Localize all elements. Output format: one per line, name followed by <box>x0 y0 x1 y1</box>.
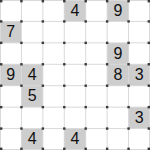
cell-r4c2[interactable] <box>43 86 64 107</box>
cell-r1c6[interactable] <box>129 21 150 42</box>
cell-r1c5[interactable] <box>107 21 128 42</box>
cell-r3c6[interactable]: 3 <box>129 64 150 85</box>
cell-r6c0[interactable] <box>0 129 21 150</box>
cell-r1c3[interactable] <box>64 21 85 42</box>
cell-r0c1[interactable] <box>21 0 42 21</box>
cell-r2c0[interactable] <box>0 43 21 64</box>
cell-r5c3[interactable] <box>64 107 85 128</box>
cell-r1c1[interactable] <box>21 21 42 42</box>
cell-r3c3[interactable] <box>64 64 85 85</box>
cell-r3c0[interactable]: 9 <box>0 64 21 85</box>
cell-r6c5[interactable] <box>107 129 128 150</box>
cell-r5c5[interactable] <box>107 107 128 128</box>
mosaic-board: 497994835344 <box>0 0 150 150</box>
cell-r4c6[interactable] <box>129 86 150 107</box>
cell-r0c5[interactable]: 9 <box>107 0 128 21</box>
cell-r1c4[interactable] <box>86 21 107 42</box>
cell-r3c2[interactable] <box>43 64 64 85</box>
cell-r5c1[interactable] <box>21 107 42 128</box>
cell-r6c4[interactable] <box>86 129 107 150</box>
cell-r5c6[interactable]: 3 <box>129 107 150 128</box>
cell-r2c2[interactable] <box>43 43 64 64</box>
cell-r2c6[interactable] <box>129 43 150 64</box>
cell-r4c5[interactable] <box>107 86 128 107</box>
cell-r5c0[interactable] <box>0 107 21 128</box>
cell-r5c2[interactable] <box>43 107 64 128</box>
cell-r4c4[interactable] <box>86 86 107 107</box>
cell-r3c5[interactable]: 8 <box>107 64 128 85</box>
cell-r2c4[interactable] <box>86 43 107 64</box>
cell-r0c4[interactable] <box>86 0 107 21</box>
cell-r6c6[interactable] <box>129 129 150 150</box>
cell-r2c5[interactable]: 9 <box>107 43 128 64</box>
cell-r0c2[interactable] <box>43 0 64 21</box>
cell-r6c1[interactable]: 4 <box>21 129 42 150</box>
cell-r2c3[interactable] <box>64 43 85 64</box>
cell-r6c3[interactable]: 4 <box>64 129 85 150</box>
cell-r0c0[interactable] <box>0 0 21 21</box>
cell-r4c1[interactable]: 5 <box>21 86 42 107</box>
cell-r5c4[interactable] <box>86 107 107 128</box>
cell-r0c3[interactable]: 4 <box>64 0 85 21</box>
cell-grid: 497994835344 <box>0 0 150 150</box>
cell-r4c3[interactable] <box>64 86 85 107</box>
cell-r1c0[interactable]: 7 <box>0 21 21 42</box>
cell-r6c2[interactable] <box>43 129 64 150</box>
cell-r3c4[interactable] <box>86 64 107 85</box>
cell-r0c6[interactable] <box>129 0 150 21</box>
cell-r4c0[interactable] <box>0 86 21 107</box>
cell-r2c1[interactable] <box>21 43 42 64</box>
cell-r1c2[interactable] <box>43 21 64 42</box>
cell-r3c1[interactable]: 4 <box>21 64 42 85</box>
